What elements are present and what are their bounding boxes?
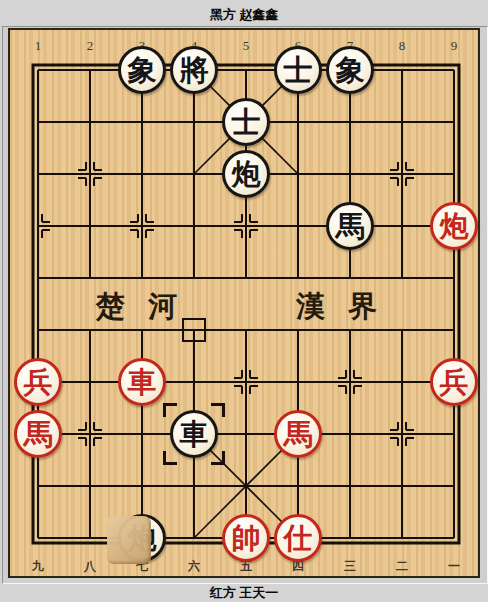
piece-black-chariot[interactable]: 車 [170,410,218,458]
piece-black-advisor[interactable]: 士 [222,98,270,146]
last-move-from-marker [182,318,206,342]
piece-red-cannon[interactable]: 炮 [430,202,478,250]
river-label-right: 漢 界 [296,287,385,327]
piece-red-soldier[interactable]: 兵 [430,358,478,406]
piece-red-soldier[interactable]: 兵 [14,358,62,406]
piece-black-horse[interactable]: 馬 [326,202,374,250]
piece-black-cannon[interactable]: 炮 [118,514,166,562]
black-player-label: 黑方 赵鑫鑫 [0,6,488,24]
piece-red-general[interactable]: 帥 [222,514,270,562]
red-player-label: 红方 王天一 [0,584,488,602]
piece-red-horse[interactable]: 馬 [274,410,322,458]
piece-black-cannon[interactable]: 炮 [222,150,270,198]
piece-black-general[interactable]: 將 [170,46,218,94]
piece-black-elephant[interactable]: 象 [118,46,166,94]
piece-red-chariot[interactable]: 車 [118,358,166,406]
river-label-left: 楚 河 [96,287,185,327]
piece-red-horse[interactable]: 馬 [14,410,62,458]
piece-black-elephant[interactable]: 象 [326,46,374,94]
piece-black-advisor[interactable]: 士 [274,46,322,94]
xiangqi-board[interactable]: 123456789 楚 河 漢 界 象將士象士炮馬炮兵車兵馬車馬炮帥仕 九八七六… [8,28,480,578]
piece-red-advisor[interactable]: 仕 [274,514,322,562]
